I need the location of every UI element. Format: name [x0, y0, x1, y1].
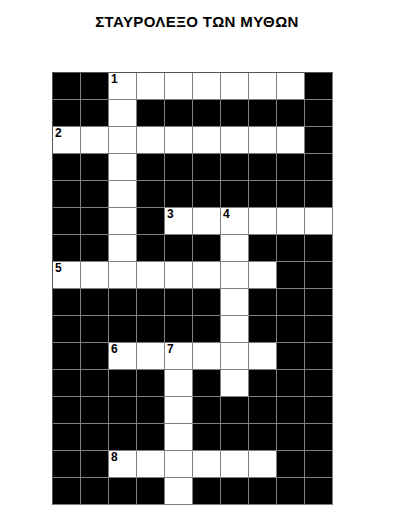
black-cell-r12c1 [53, 370, 81, 397]
clue-number-6: 6 [111, 343, 118, 356]
white-cell-r3c5[interactable] [165, 127, 193, 154]
black-cell-r5c2 [81, 181, 109, 208]
white-cell-r8c5[interactable] [165, 262, 193, 289]
black-cell-r14c3 [109, 424, 137, 451]
black-cell-r11c9 [277, 343, 305, 370]
black-cell-r16c3 [109, 478, 137, 505]
black-cell-r13c8 [249, 397, 277, 424]
black-cell-r9c3 [109, 289, 137, 316]
white-cell-r15c8[interactable] [249, 451, 277, 478]
white-cell-r8c2[interactable] [81, 262, 109, 289]
black-cell-r7c4 [137, 235, 165, 262]
white-cell-r9c7[interactable] [221, 289, 249, 316]
black-cell-r12c3 [109, 370, 137, 397]
black-cell-r4c9 [277, 154, 305, 181]
black-cell-r1c1 [53, 73, 81, 100]
clue-number-5: 5 [55, 262, 62, 275]
black-cell-r5c1 [53, 181, 81, 208]
black-cell-r3c10 [305, 127, 333, 154]
black-cell-r2c10 [305, 100, 333, 127]
black-cell-r14c1 [53, 424, 81, 451]
black-cell-r12c9 [277, 370, 305, 397]
black-cell-r14c10 [305, 424, 333, 451]
black-cell-r4c7 [221, 154, 249, 181]
black-cell-r14c7 [221, 424, 249, 451]
white-cell-r15c7[interactable] [221, 451, 249, 478]
black-cell-r4c1 [53, 154, 81, 181]
black-cell-r11c10 [305, 343, 333, 370]
black-cell-r5c7 [221, 181, 249, 208]
white-cell-r15c3[interactable]: 8 [109, 451, 137, 478]
black-cell-r4c6 [193, 154, 221, 181]
black-cell-r7c10 [305, 235, 333, 262]
black-cell-r7c6 [193, 235, 221, 262]
white-cell-r5c3[interactable] [109, 181, 137, 208]
white-cell-r2c3[interactable] [109, 100, 137, 127]
black-cell-r12c8 [249, 370, 277, 397]
white-cell-r1c3[interactable]: 1 [109, 73, 137, 100]
white-cell-r15c5[interactable] [165, 451, 193, 478]
black-cell-r8c9 [277, 262, 305, 289]
black-cell-r16c6 [193, 478, 221, 505]
black-cell-r10c10 [305, 316, 333, 343]
black-cell-r13c7 [221, 397, 249, 424]
black-cell-r10c9 [277, 316, 305, 343]
white-cell-r6c10[interactable] [305, 208, 333, 235]
black-cell-r13c4 [137, 397, 165, 424]
clue-number-8: 8 [111, 451, 118, 464]
black-cell-r2c2 [81, 100, 109, 127]
black-cell-r14c8 [249, 424, 277, 451]
black-cell-r16c7 [221, 478, 249, 505]
black-cell-r15c2 [81, 451, 109, 478]
clue-number-3: 3 [167, 208, 174, 221]
clue-number-2: 2 [55, 127, 62, 140]
black-cell-r16c2 [81, 478, 109, 505]
black-cell-r14c4 [137, 424, 165, 451]
black-cell-r9c9 [277, 289, 305, 316]
black-cell-r6c2 [81, 208, 109, 235]
black-cell-r13c2 [81, 397, 109, 424]
black-cell-r2c9 [277, 100, 305, 127]
white-cell-r8c3[interactable] [109, 262, 137, 289]
black-cell-r15c9 [277, 451, 305, 478]
black-cell-r13c10 [305, 397, 333, 424]
white-cell-r8c8[interactable] [249, 262, 277, 289]
white-cell-r3c1[interactable]: 2 [53, 127, 81, 154]
black-cell-r5c6 [193, 181, 221, 208]
black-cell-r5c5 [165, 181, 193, 208]
black-cell-r2c7 [221, 100, 249, 127]
clue-number-1: 1 [111, 73, 118, 86]
white-cell-r12c5[interactable] [165, 370, 193, 397]
black-cell-r7c8 [249, 235, 277, 262]
white-cell-r8c1[interactable]: 5 [53, 262, 81, 289]
white-cell-r12c7[interactable] [221, 370, 249, 397]
clue-number-4: 4 [223, 208, 230, 221]
black-cell-r7c1 [53, 235, 81, 262]
white-cell-r1c7[interactable] [221, 73, 249, 100]
black-cell-r5c8 [249, 181, 277, 208]
black-cell-r10c8 [249, 316, 277, 343]
white-cell-r3c9[interactable] [277, 127, 305, 154]
black-cell-r9c2 [81, 289, 109, 316]
white-cell-r3c4[interactable] [137, 127, 165, 154]
black-cell-r14c6 [193, 424, 221, 451]
black-cell-r10c5 [165, 316, 193, 343]
black-cell-r13c6 [193, 397, 221, 424]
black-cell-r16c9 [277, 478, 305, 505]
black-cell-r9c5 [165, 289, 193, 316]
black-cell-r6c1 [53, 208, 81, 235]
white-cell-r4c3[interactable] [109, 154, 137, 181]
white-cell-r14c5[interactable] [165, 424, 193, 451]
black-cell-r13c9 [277, 397, 305, 424]
white-cell-r1c9[interactable] [277, 73, 305, 100]
black-cell-r13c3 [109, 397, 137, 424]
white-cell-r6c8[interactable] [249, 208, 277, 235]
white-cell-r11c4[interactable] [137, 343, 165, 370]
white-cell-r11c5[interactable]: 7 [165, 343, 193, 370]
white-cell-r8c4[interactable] [137, 262, 165, 289]
black-cell-r4c10 [305, 154, 333, 181]
black-cell-r12c4 [137, 370, 165, 397]
black-cell-r16c1 [53, 478, 81, 505]
black-cell-r13c1 [53, 397, 81, 424]
black-cell-r9c4 [137, 289, 165, 316]
black-cell-r12c6 [193, 370, 221, 397]
black-cell-r7c5 [165, 235, 193, 262]
black-cell-r5c9 [277, 181, 305, 208]
black-cell-r4c2 [81, 154, 109, 181]
black-cell-r2c6 [193, 100, 221, 127]
black-cell-r5c4 [137, 181, 165, 208]
white-cell-r1c8[interactable] [249, 73, 277, 100]
white-cell-r3c6[interactable] [193, 127, 221, 154]
black-cell-r16c8 [249, 478, 277, 505]
black-cell-r14c2 [81, 424, 109, 451]
black-cell-r9c10 [305, 289, 333, 316]
white-cell-r1c5[interactable] [165, 73, 193, 100]
white-cell-r7c3[interactable] [109, 235, 137, 262]
black-cell-r1c10 [305, 73, 333, 100]
black-cell-r4c5 [165, 154, 193, 181]
black-cell-r5c10 [305, 181, 333, 208]
black-cell-r1c2 [81, 73, 109, 100]
black-cell-r8c10 [305, 262, 333, 289]
white-cell-r1c4[interactable] [137, 73, 165, 100]
black-cell-r9c1 [53, 289, 81, 316]
white-cell-r3c3[interactable] [109, 127, 137, 154]
white-cell-r11c3[interactable]: 6 [109, 343, 137, 370]
white-cell-r11c8[interactable] [249, 343, 277, 370]
black-cell-r2c4 [137, 100, 165, 127]
puzzle-title: ΣΤΑΥΡΟΛΕΞΟ ΤΩΝ ΜΥΘΩΝ [0, 13, 394, 30]
black-cell-r2c5 [165, 100, 193, 127]
white-cell-r3c8[interactable] [249, 127, 277, 154]
clue-number-7: 7 [167, 343, 174, 356]
white-cell-r6c7[interactable]: 4 [221, 208, 249, 235]
black-cell-r12c10 [305, 370, 333, 397]
black-cell-r16c10 [305, 478, 333, 505]
black-cell-r10c4 [137, 316, 165, 343]
white-cell-r11c7[interactable] [221, 343, 249, 370]
white-cell-r15c6[interactable] [193, 451, 221, 478]
white-cell-r11c6[interactable] [193, 343, 221, 370]
black-cell-r15c1 [53, 451, 81, 478]
white-cell-r6c6[interactable] [193, 208, 221, 235]
black-cell-r16c4 [137, 478, 165, 505]
white-cell-r16c5[interactable] [165, 478, 193, 505]
white-cell-r8c6[interactable] [193, 262, 221, 289]
black-cell-r15c10 [305, 451, 333, 478]
white-cell-r6c9[interactable] [277, 208, 305, 235]
black-cell-r10c6 [193, 316, 221, 343]
white-cell-r10c7[interactable] [221, 316, 249, 343]
white-cell-r1c6[interactable] [193, 73, 221, 100]
black-cell-r10c1 [53, 316, 81, 343]
white-cell-r8c7[interactable] [221, 262, 249, 289]
white-cell-r15c4[interactable] [137, 451, 165, 478]
crossword-grid: 12345678 [52, 72, 333, 505]
black-cell-r7c2 [81, 235, 109, 262]
white-cell-r6c3[interactable] [109, 208, 137, 235]
black-cell-r4c8 [249, 154, 277, 181]
black-cell-r10c3 [109, 316, 137, 343]
white-cell-r6c5[interactable]: 3 [165, 208, 193, 235]
white-cell-r3c2[interactable] [81, 127, 109, 154]
black-cell-r7c9 [277, 235, 305, 262]
black-cell-r10c2 [81, 316, 109, 343]
black-cell-r14c9 [277, 424, 305, 451]
black-cell-r12c2 [81, 370, 109, 397]
black-cell-r2c1 [53, 100, 81, 127]
black-cell-r4c4 [137, 154, 165, 181]
white-cell-r13c5[interactable] [165, 397, 193, 424]
white-cell-r3c7[interactable] [221, 127, 249, 154]
black-cell-r2c8 [249, 100, 277, 127]
black-cell-r9c8 [249, 289, 277, 316]
black-cell-r9c6 [193, 289, 221, 316]
black-cell-r11c2 [81, 343, 109, 370]
black-cell-r11c1 [53, 343, 81, 370]
black-cell-r6c4 [137, 208, 165, 235]
white-cell-r7c7[interactable] [221, 235, 249, 262]
crossword-page: ΣΤΑΥΡΟΛΕΞΟ ΤΩΝ ΜΥΘΩΝ 12345678 [0, 0, 394, 517]
